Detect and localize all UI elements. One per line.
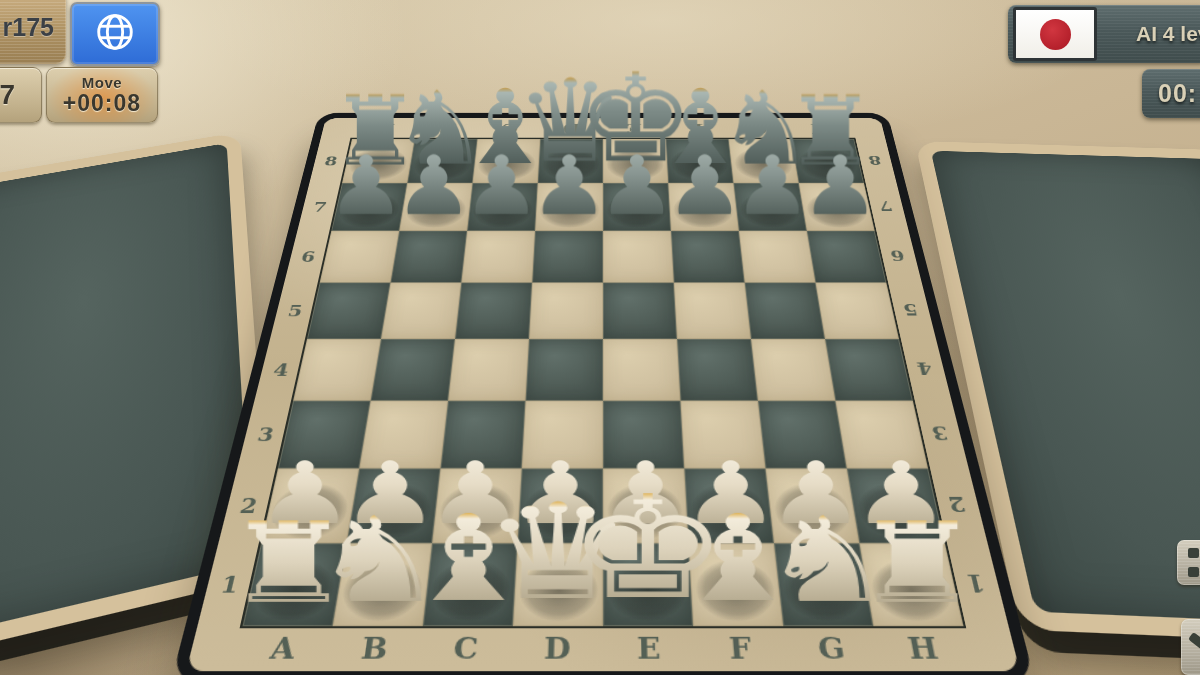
move-timer-panel: Move +00:08 <box>46 67 158 123</box>
opponent-clock-panel: 00: <box>1142 69 1200 118</box>
file-label-G: G <box>726 118 791 139</box>
chess-board: 8877665544332211AABBCCDDEEFFGGHH ♜♞♝♛♚♝♞… <box>186 118 1020 671</box>
file-label-D: D <box>540 118 603 139</box>
player-clock-panel: 7 <box>0 67 42 123</box>
table-plane: 8877665544332211AABBCCDDEEFFGGHH ♜♞♝♛♚♝♞… <box>0 118 1200 671</box>
opponent-clock: 00: <box>1158 79 1197 108</box>
black-pawn-h7[interactable]: ♟ <box>799 183 875 231</box>
move-label: Move <box>82 74 122 91</box>
player-name-panel: r175 <box>0 0 66 64</box>
pause-button[interactable] <box>1177 540 1200 585</box>
player-name: r175 <box>3 13 54 42</box>
file-label-H: H <box>788 118 854 139</box>
globe-icon <box>92 9 138 59</box>
white-rook[interactable]: ♜ <box>800 507 1035 619</box>
pause-icon <box>1188 567 1199 577</box>
opponent-label: AI 4 lev <box>1136 22 1200 46</box>
japan-flag-icon <box>1013 7 1097 61</box>
scene-3d: 8877665544332211AABBCCDDEEFFGGHH ♜♞♝♛♚♝♞… <box>0 0 1200 675</box>
file-label-C: C <box>477 118 541 139</box>
file-label-F: F <box>665 118 729 139</box>
file-label-B: B <box>415 118 480 139</box>
online-globe-button[interactable] <box>70 2 160 66</box>
player-clock: 7 <box>0 79 15 111</box>
white-rook-h1[interactable]: ♜ <box>860 543 964 626</box>
arrow-icon <box>1188 632 1200 655</box>
undo-arrow-button[interactable] <box>1181 619 1200 675</box>
flag-sun-disc <box>1040 19 1071 50</box>
move-time: +00:08 <box>63 90 141 117</box>
file-label-E: E <box>603 118 666 139</box>
file-label-A: A <box>352 118 418 139</box>
pause-icon <box>1188 548 1199 558</box>
